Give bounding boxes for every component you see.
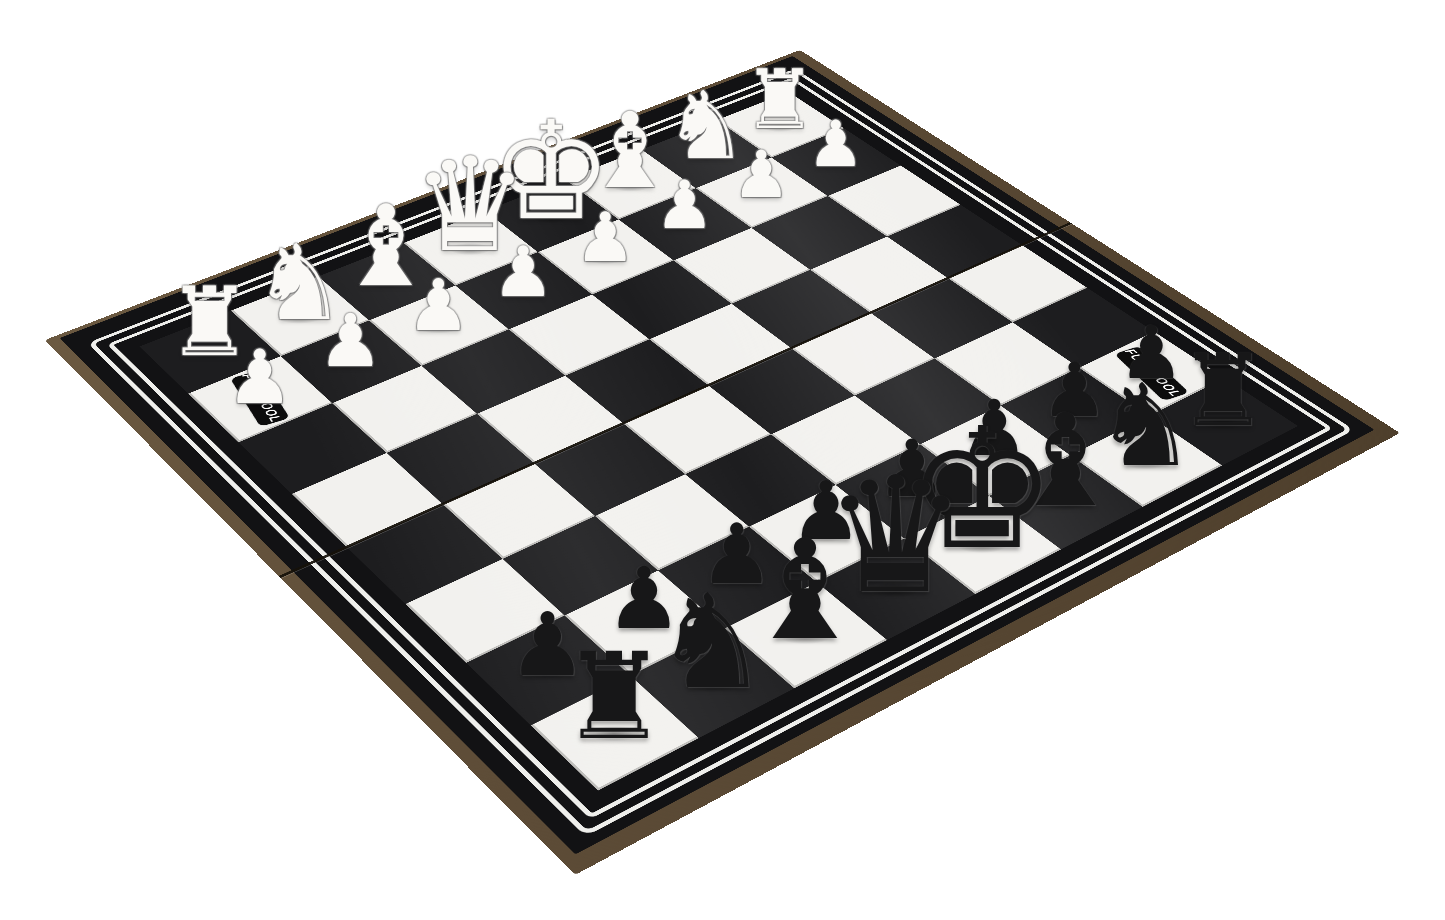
piece-white-pawn[interactable]: ♟ bbox=[575, 204, 636, 272]
piece-white-pawn[interactable]: ♟ bbox=[655, 172, 715, 239]
piece-black-knight[interactable]: ♞ bbox=[653, 577, 769, 707]
piece-white-pawn[interactable]: ♟ bbox=[406, 270, 470, 341]
product-photo-scene: FUNSKOOLFUNSKOOL ♜♞♟♝♟♚♟♛♟♝♟♞♟♜♟♟♟♟♜♟♞♟♝… bbox=[0, 0, 1445, 920]
piece-white-rook[interactable]: ♜ bbox=[743, 59, 816, 141]
piece-white-pawn[interactable]: ♟ bbox=[318, 305, 383, 378]
piece-white-pawn[interactable]: ♟ bbox=[807, 113, 864, 177]
pieces-layer: ♜♞♟♝♟♚♟♛♟♝♟♞♟♜♟♟♟♟♜♟♞♟♝♟♚♟♛♟♝♟♞♜ bbox=[0, 0, 1445, 920]
piece-black-rook[interactable]: ♜ bbox=[560, 636, 667, 756]
piece-white-pawn[interactable]: ♟ bbox=[732, 142, 790, 207]
piece-white-pawn[interactable]: ♟ bbox=[226, 341, 293, 416]
piece-white-pawn[interactable]: ♟ bbox=[492, 236, 554, 306]
